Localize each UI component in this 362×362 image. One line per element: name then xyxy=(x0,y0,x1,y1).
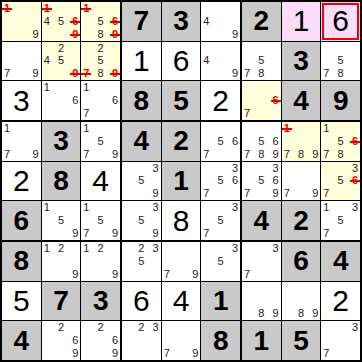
cell-r8c9[interactable]: 2 xyxy=(321,282,360,321)
cell-r5c4[interactable]: 359 xyxy=(122,162,161,201)
pencil-marks: 49 xyxy=(201,2,240,41)
candidate-4: 4 xyxy=(44,16,50,27)
pencil-marks: 578 xyxy=(242,42,281,81)
candidate-9: 9 xyxy=(33,68,39,79)
pencil-marks: 14569 xyxy=(42,2,81,41)
candidate-3: 3 xyxy=(232,202,238,213)
candidate-8: 8 xyxy=(258,308,264,319)
candidate-1-eliminated: 1 xyxy=(4,3,10,14)
candidate-5: 5 xyxy=(98,215,104,226)
candidate-3: 3 xyxy=(232,243,238,254)
cell-r6c3[interactable]: 1579 xyxy=(81,201,120,240)
cell-r5c6[interactable]: 3567 xyxy=(201,162,240,201)
cell-r2c4[interactable]: 1 xyxy=(122,42,161,81)
cell-r7c7[interactable]: 37 xyxy=(242,242,281,281)
candidate-2: 2 xyxy=(58,43,64,54)
box-2: 73491649852 xyxy=(122,2,240,120)
candidate-6: 6 xyxy=(273,175,279,186)
candidate-9-eliminated: 9 xyxy=(72,68,78,79)
solved-digit: 1 xyxy=(293,6,310,36)
candidate-6-eliminated: 6 xyxy=(72,16,78,27)
cell-r4c7[interactable]: 56789 xyxy=(242,122,281,161)
candidate-7: 7 xyxy=(244,108,250,119)
candidate-7: 7 xyxy=(323,228,329,239)
candidate-2: 2 xyxy=(138,322,144,333)
pencil-marks: 37 xyxy=(321,321,360,360)
pencil-marks: 235 xyxy=(122,242,161,281)
cell-r7c1[interactable]: 8 xyxy=(2,242,41,281)
candidate-7: 7 xyxy=(164,269,170,280)
candidate-7: 7 xyxy=(83,228,89,239)
cell-r6c6[interactable]: 357 xyxy=(201,201,240,240)
cell-r6c7[interactable]: 4 xyxy=(242,201,281,240)
cell-r3c5[interactable]: 5 xyxy=(162,81,201,120)
cell-r9c2[interactable]: 269 xyxy=(42,321,81,360)
pencil-marks: 357 xyxy=(201,201,240,240)
cell-r9c9[interactable]: 37 xyxy=(321,321,360,360)
cell-r8c7[interactable]: 89 xyxy=(242,282,281,321)
candidate-5: 5 xyxy=(218,175,224,186)
cell-r2c6[interactable]: 49 xyxy=(201,42,240,81)
candidate-7: 7 xyxy=(323,188,329,199)
candidate-9: 9 xyxy=(112,228,118,239)
pencil-marks: 1579 xyxy=(81,122,120,161)
cell-r6c9[interactable]: 1357 xyxy=(321,201,360,240)
candidate-8: 8 xyxy=(98,29,104,40)
candidate-5: 5 xyxy=(218,136,224,147)
cell-r1c7[interactable]: 2 xyxy=(242,2,281,41)
given-digit: 5 xyxy=(293,327,309,355)
candidate-3: 3 xyxy=(352,163,358,174)
cell-r6c2[interactable]: 159 xyxy=(42,201,81,240)
candidate-8: 8 xyxy=(258,149,264,160)
pencil-marks: 23 xyxy=(122,321,161,360)
candidate-2: 2 xyxy=(98,243,104,254)
candidate-9: 9 xyxy=(312,188,318,199)
cell-r3c2[interactable]: 16 xyxy=(42,81,81,120)
cell-r7c6[interactable]: 35 xyxy=(201,242,240,281)
given-digit: 6 xyxy=(293,247,309,275)
pencil-marks: 89 xyxy=(282,282,321,321)
pencil-marks: 56789 xyxy=(242,122,281,161)
cell-r8c4[interactable]: 6 xyxy=(122,282,161,321)
pencil-marks: 578 xyxy=(321,42,360,81)
cell-r4c5[interactable]: 2 xyxy=(162,122,201,161)
sudoku-board: 1914569156897924592578931616773491649852… xyxy=(0,0,362,362)
candidate-1-eliminated: 1 xyxy=(284,123,290,134)
candidate-7: 7 xyxy=(323,149,329,160)
cell-r2c8[interactable]: 3 xyxy=(282,42,321,81)
candidate-3: 3 xyxy=(352,322,358,333)
candidate-3: 3 xyxy=(153,322,159,333)
candidate-9: 9 xyxy=(112,149,118,160)
given-digit: 1 xyxy=(213,287,229,315)
cell-r8c1[interactable]: 5 xyxy=(2,282,41,321)
cell-r1c2[interactable]: 14569 xyxy=(42,2,81,41)
candidate-5: 5 xyxy=(258,175,264,186)
candidate-1: 1 xyxy=(83,243,89,254)
candidate-9: 9 xyxy=(72,348,78,359)
candidate-9: 9 xyxy=(273,149,279,160)
pencil-marks: 359 xyxy=(122,201,161,240)
candidate-9: 9 xyxy=(273,308,279,319)
candidate-6: 6 xyxy=(232,136,238,147)
solved-digit: 6 xyxy=(133,286,150,316)
solved-digit: 6 xyxy=(173,46,190,76)
given-digit: 4 xyxy=(333,247,349,275)
cell-r4c3[interactable]: 1579 xyxy=(81,122,120,161)
given-digit: 3 xyxy=(173,7,189,35)
given-digit: 1 xyxy=(254,327,270,355)
candidate-8: 8 xyxy=(338,68,344,79)
candidate-2: 2 xyxy=(58,322,64,333)
candidate-7: 7 xyxy=(323,68,329,79)
candidate-9: 9 xyxy=(312,149,318,160)
given-digit: 4 xyxy=(254,207,270,235)
pencil-marks: 179 xyxy=(2,122,41,161)
cell-r4c9[interactable]: 15678 xyxy=(321,122,360,161)
candidate-6: 6 xyxy=(112,95,118,106)
candidate-6: 6 xyxy=(72,95,78,106)
candidate-5: 5 xyxy=(98,136,104,147)
candidate-7: 7 xyxy=(284,149,290,160)
pencil-marks: 269 xyxy=(81,321,120,360)
cell-r5c5[interactable]: 1 xyxy=(162,162,201,201)
given-digit: 3 xyxy=(293,47,309,75)
candidate-9: 9 xyxy=(232,68,238,79)
candidate-5: 5 xyxy=(138,175,144,186)
cell-r5c1[interactable]: 2 xyxy=(2,162,41,201)
candidate-1-eliminated: 1 xyxy=(44,3,50,14)
given-digit: 4 xyxy=(293,87,309,115)
candidate-8: 8 xyxy=(258,68,264,79)
candidate-1: 1 xyxy=(323,202,329,213)
cell-r4c8[interactable]: 1789 xyxy=(282,122,321,161)
candidate-9-eliminated: 9 xyxy=(112,29,118,40)
cell-r3c6[interactable]: 2 xyxy=(201,81,240,120)
candidate-6: 6 xyxy=(72,335,78,346)
cell-r3c4[interactable]: 8 xyxy=(122,81,161,120)
cell-r5c9[interactable]: 3567 xyxy=(321,162,360,201)
candidate-1: 1 xyxy=(44,202,50,213)
given-digit: 2 xyxy=(173,127,189,155)
candidate-9: 9 xyxy=(192,348,198,359)
pencil-marks: 129 xyxy=(81,242,120,281)
candidate-6-eliminated: 6 xyxy=(352,175,358,186)
given-digit: 8 xyxy=(53,167,69,195)
cell-r3c9[interactable]: 9 xyxy=(321,81,360,120)
box-5: 42567359135673598357 xyxy=(122,122,240,240)
cell-r7c4[interactable]: 235 xyxy=(122,242,161,281)
candidate-3: 3 xyxy=(273,163,279,174)
box-8: 235793564123798 xyxy=(122,242,240,360)
pencil-marks: 49 xyxy=(201,42,240,81)
candidate-9-eliminated: 9 xyxy=(72,29,78,40)
candidate-2: 2 xyxy=(98,322,104,333)
pencil-marks: 16 xyxy=(42,81,81,120)
candidate-5: 5 xyxy=(218,215,224,226)
cell-r3c1[interactable]: 3 xyxy=(2,81,41,120)
candidate-1: 1 xyxy=(4,123,10,134)
candidate-7: 7 xyxy=(83,149,89,160)
cell-r1c1[interactable]: 19 xyxy=(2,2,41,41)
pencil-marks: 269 xyxy=(42,321,81,360)
candidate-7: 7 xyxy=(244,68,250,79)
given-digit: 8 xyxy=(14,247,30,275)
pencil-marks: 3567 xyxy=(321,162,360,201)
candidate-5: 5 xyxy=(338,55,344,66)
box-7: 81291295734269269 xyxy=(2,242,120,360)
box-4: 1793157928461591579 xyxy=(2,122,120,240)
cell-r7c3[interactable]: 129 xyxy=(81,242,120,281)
given-digit: 5 xyxy=(173,87,189,115)
candidate-6: 6 xyxy=(232,175,238,186)
cell-r5c3[interactable]: 4 xyxy=(81,162,120,201)
cell-r5c7[interactable]: 35679 xyxy=(242,162,281,201)
candidate-9: 9 xyxy=(33,149,39,160)
cell-r3c3[interactable]: 167 xyxy=(81,81,120,120)
box-3: 21657835786749 xyxy=(242,2,360,120)
candidate-1: 1 xyxy=(44,243,50,254)
candidate-5: 5 xyxy=(58,215,64,226)
box-1: 19145691568979245925789316167 xyxy=(2,2,120,120)
candidate-8: 8 xyxy=(338,149,344,160)
cell-r8c2[interactable]: 7 xyxy=(42,282,81,321)
pencil-marks: 79 xyxy=(162,321,201,360)
box-9: 3764898921537 xyxy=(242,242,360,360)
cell-r5c8[interactable]: 79 xyxy=(282,162,321,201)
pencil-marks: 79 xyxy=(282,162,321,201)
candidate-9: 9 xyxy=(273,188,279,199)
candidate-6-eliminated: 6 xyxy=(352,136,358,147)
cell-r2c5[interactable]: 6 xyxy=(162,42,201,81)
cell-r1c8[interactable]: 1 xyxy=(282,2,321,41)
pencil-marks: 359 xyxy=(122,162,161,201)
given-digit: 8 xyxy=(134,87,150,115)
candidate-7-eliminated: 7 xyxy=(83,68,89,79)
candidate-1: 1 xyxy=(323,123,329,134)
pencil-marks: 25789 xyxy=(81,42,120,81)
cell-r7c9[interactable]: 4 xyxy=(321,242,360,281)
cell-r6c5[interactable]: 8 xyxy=(162,201,201,240)
candidate-7: 7 xyxy=(203,228,209,239)
candidate-7: 7 xyxy=(244,188,250,199)
solved-digit: 8 xyxy=(173,206,190,236)
cell-r9c7[interactable]: 1 xyxy=(242,321,281,360)
candidate-9: 9 xyxy=(33,29,39,40)
candidate-5: 5 xyxy=(58,55,64,66)
pencil-marks: 129 xyxy=(42,242,81,281)
cell-r9c1[interactable]: 4 xyxy=(2,321,41,360)
cell-r4c1[interactable]: 179 xyxy=(2,122,41,161)
candidate-3: 3 xyxy=(153,243,159,254)
cell-r3c8[interactable]: 4 xyxy=(282,81,321,120)
candidate-7: 7 xyxy=(284,188,290,199)
candidate-8: 8 xyxy=(298,149,304,160)
cell-r7c2[interactable]: 129 xyxy=(42,242,81,281)
cell-r5c2[interactable]: 8 xyxy=(42,162,81,201)
pencil-marks: 2459 xyxy=(42,42,81,81)
pencil-marks: 37 xyxy=(242,242,281,281)
cell-r8c8[interactable]: 89 xyxy=(282,282,321,321)
candidate-5: 5 xyxy=(258,136,264,147)
pencil-marks: 67 xyxy=(242,81,281,120)
candidate-2: 2 xyxy=(98,43,104,54)
candidate-1: 1 xyxy=(83,82,89,93)
candidate-7: 7 xyxy=(244,149,250,160)
cell-r1c3[interactable]: 15689 xyxy=(81,2,120,41)
solved-digit: 6 xyxy=(332,6,349,36)
cell-r4c4[interactable]: 4 xyxy=(122,122,161,161)
given-digit: 3 xyxy=(93,287,109,315)
given-digit: 4 xyxy=(14,327,30,355)
candidate-6-eliminated: 6 xyxy=(112,16,118,27)
candidate-5: 5 xyxy=(338,175,344,186)
cell-r6c4[interactable]: 359 xyxy=(122,201,161,240)
pencil-marks: 1789 xyxy=(282,122,321,161)
candidate-7: 7 xyxy=(203,188,209,199)
cell-r2c3[interactable]: 25789 xyxy=(81,42,120,81)
candidate-5: 5 xyxy=(218,256,224,267)
candidate-7: 7 xyxy=(4,68,10,79)
candidate-9: 9 xyxy=(192,269,198,280)
pencil-marks: 567 xyxy=(201,122,240,161)
solved-digit: 2 xyxy=(332,286,349,316)
candidate-7: 7 xyxy=(323,348,329,359)
candidate-9: 9 xyxy=(232,29,238,40)
cell-r7c5[interactable]: 79 xyxy=(162,242,201,281)
cell-r8c6[interactable]: 1 xyxy=(201,282,240,321)
candidate-1-eliminated: 1 xyxy=(83,3,89,14)
given-digit: 6 xyxy=(14,207,30,235)
cell-r7c8[interactable]: 6 xyxy=(282,242,321,281)
candidate-6: 6 xyxy=(273,136,279,147)
candidate-5: 5 xyxy=(58,16,64,27)
cell-r2c9[interactable]: 578 xyxy=(321,42,360,81)
candidate-1: 1 xyxy=(44,82,50,93)
given-digit: 2 xyxy=(254,7,270,35)
cell-r4c6[interactable]: 567 xyxy=(201,122,240,161)
given-digit: 7 xyxy=(53,287,69,315)
cell-r8c5[interactable]: 4 xyxy=(162,282,201,321)
candidate-9: 9 xyxy=(112,269,118,280)
pencil-marks: 167 xyxy=(81,81,120,120)
candidate-2: 2 xyxy=(58,243,64,254)
pencil-marks: 3567 xyxy=(201,162,240,201)
cell-r1c6[interactable]: 49 xyxy=(201,2,240,41)
box-6: 5678917891567835679793567421357 xyxy=(242,122,360,240)
cell-r1c9[interactable]: 6 xyxy=(321,2,360,41)
solved-digit: 4 xyxy=(173,286,190,316)
candidate-9: 9 xyxy=(72,228,78,239)
candidate-9-eliminated: 9 xyxy=(112,68,118,79)
cell-r2c7[interactable]: 578 xyxy=(242,42,281,81)
candidate-9: 9 xyxy=(312,308,318,319)
pencil-marks: 15689 xyxy=(81,2,120,41)
candidate-1: 1 xyxy=(83,202,89,213)
solved-digit: 3 xyxy=(13,86,30,116)
given-digit: 9 xyxy=(333,87,349,115)
candidate-2: 2 xyxy=(138,243,144,254)
cell-r8c3[interactable]: 3 xyxy=(81,282,120,321)
cell-r2c1[interactable]: 79 xyxy=(2,42,41,81)
candidate-9: 9 xyxy=(112,348,118,359)
candidate-7: 7 xyxy=(83,108,89,119)
candidate-7: 7 xyxy=(4,149,10,160)
pencil-marks: 89 xyxy=(242,282,281,321)
candidate-5: 5 xyxy=(338,215,344,226)
given-digit: 7 xyxy=(134,7,150,35)
candidate-5: 5 xyxy=(98,55,104,66)
candidate-5: 5 xyxy=(138,215,144,226)
cell-r9c4[interactable]: 23 xyxy=(122,321,161,360)
candidate-4: 4 xyxy=(203,16,209,27)
pencil-marks: 35 xyxy=(201,242,240,281)
given-digit: 2 xyxy=(293,207,309,235)
pencil-marks: 79 xyxy=(2,42,41,81)
pencil-marks: 1357 xyxy=(321,201,360,240)
candidate-3: 3 xyxy=(153,163,159,174)
cell-r9c3[interactable]: 269 xyxy=(81,321,120,360)
candidate-4: 4 xyxy=(203,55,209,66)
candidate-5: 5 xyxy=(258,55,264,66)
cell-r6c1[interactable]: 6 xyxy=(2,201,41,240)
cell-r9c5[interactable]: 79 xyxy=(162,321,201,360)
given-digit: 1 xyxy=(173,167,189,195)
cell-r1c4[interactable]: 7 xyxy=(122,2,161,41)
candidate-3: 3 xyxy=(273,243,279,254)
candidate-5: 5 xyxy=(338,136,344,147)
given-digit: 3 xyxy=(53,127,69,155)
candidate-7: 7 xyxy=(244,269,250,280)
candidate-4: 4 xyxy=(44,55,50,66)
candidate-5: 5 xyxy=(98,16,104,27)
candidate-7: 7 xyxy=(164,348,170,359)
cell-r9c6[interactable]: 8 xyxy=(201,321,240,360)
solved-digit: 4 xyxy=(92,166,109,196)
cell-r4c2[interactable]: 3 xyxy=(42,122,81,161)
pencil-marks: 1579 xyxy=(81,201,120,240)
solved-digit: 1 xyxy=(133,46,150,76)
solved-digit: 2 xyxy=(13,166,30,196)
pencil-marks: 159 xyxy=(42,201,81,240)
pencil-marks: 19 xyxy=(2,2,41,41)
candidate-3: 3 xyxy=(153,202,159,213)
candidate-6: 6 xyxy=(112,335,118,346)
candidate-7: 7 xyxy=(203,149,209,160)
given-digit: 4 xyxy=(134,127,150,155)
candidate-3: 3 xyxy=(232,163,238,174)
candidate-6-eliminated: 6 xyxy=(273,95,279,106)
candidate-9: 9 xyxy=(153,228,159,239)
solved-digit: 2 xyxy=(212,86,229,116)
candidate-9: 9 xyxy=(72,269,78,280)
candidate-8: 8 xyxy=(298,308,304,319)
pencil-marks: 79 xyxy=(162,242,201,281)
candidate-1: 1 xyxy=(83,123,89,134)
cell-r6c8[interactable]: 2 xyxy=(282,201,321,240)
cell-r3c7[interactable]: 67 xyxy=(242,81,281,120)
given-digit: 8 xyxy=(213,327,229,355)
pencil-marks: 35679 xyxy=(242,162,281,201)
cell-r2c2[interactable]: 2459 xyxy=(42,42,81,81)
candidate-9: 9 xyxy=(153,188,159,199)
candidate-8: 8 xyxy=(98,68,104,79)
candidate-5: 5 xyxy=(138,256,144,267)
cell-r1c5[interactable]: 3 xyxy=(162,2,201,41)
cell-r9c8[interactable]: 5 xyxy=(282,321,321,360)
pencil-marks: 15678 xyxy=(321,122,360,161)
